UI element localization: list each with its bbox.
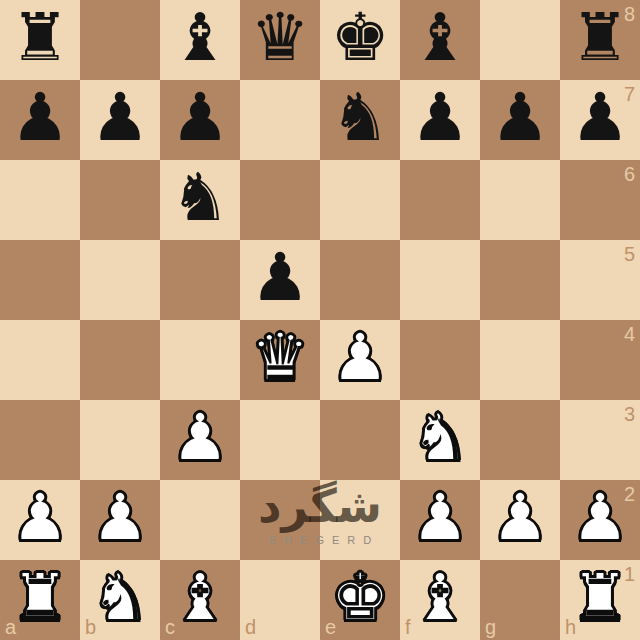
square-f3[interactable]: ♞ [400, 400, 480, 480]
square-h6[interactable]: 6 [560, 160, 640, 240]
square-d6[interactable] [240, 160, 320, 240]
square-c4[interactable] [160, 320, 240, 400]
black-knight[interactable]: ♞ [170, 158, 229, 238]
square-h4[interactable]: 4 [560, 320, 640, 400]
chess-board-area: ♜♝♛♚♝♜8♟♟♟♞♟♟♟7♞6♟5♛♟4♟♞3♟♟♟♟♟2♜a♞b♝cd♚e… [0, 0, 640, 640]
square-d1[interactable]: d [240, 560, 320, 640]
white-bishop[interactable]: ♝ [410, 558, 469, 638]
square-d7[interactable] [240, 80, 320, 160]
square-e1[interactable]: ♚e [320, 560, 400, 640]
square-e2[interactable] [320, 480, 400, 560]
square-h8[interactable]: ♜8 [560, 0, 640, 80]
coord-rank-5: 5 [624, 244, 635, 264]
black-rook[interactable]: ♜ [10, 0, 69, 78]
coord-rank-4: 4 [624, 324, 635, 344]
black-pawn[interactable]: ♟ [490, 78, 549, 158]
square-b5[interactable] [80, 240, 160, 320]
square-e6[interactable] [320, 160, 400, 240]
square-f1[interactable]: ♝f [400, 560, 480, 640]
square-c5[interactable] [160, 240, 240, 320]
square-b8[interactable] [80, 0, 160, 80]
square-b4[interactable] [80, 320, 160, 400]
square-f6[interactable] [400, 160, 480, 240]
square-c2[interactable] [160, 480, 240, 560]
square-c3[interactable]: ♟ [160, 400, 240, 480]
coord-file-h: h [565, 617, 576, 637]
square-a7[interactable]: ♟ [0, 80, 80, 160]
square-c6[interactable]: ♞ [160, 160, 240, 240]
square-c8[interactable]: ♝ [160, 0, 240, 80]
square-b3[interactable] [80, 400, 160, 480]
square-c7[interactable]: ♟ [160, 80, 240, 160]
square-b7[interactable]: ♟ [80, 80, 160, 160]
coord-rank-3: 3 [624, 404, 635, 424]
white-knight[interactable]: ♞ [90, 558, 149, 638]
coord-file-f: f [405, 617, 411, 637]
square-h2[interactable]: ♟2 [560, 480, 640, 560]
white-rook[interactable]: ♜ [570, 558, 629, 638]
square-d5[interactable]: ♟ [240, 240, 320, 320]
square-h7[interactable]: ♟7 [560, 80, 640, 160]
square-a5[interactable] [0, 240, 80, 320]
coord-rank-7: 7 [624, 84, 635, 104]
black-pawn[interactable]: ♟ [90, 78, 149, 158]
black-rook[interactable]: ♜ [570, 0, 629, 78]
coord-file-a: a [5, 617, 16, 637]
black-pawn[interactable]: ♟ [10, 78, 69, 158]
white-pawn[interactable]: ♟ [90, 478, 149, 558]
square-b2[interactable]: ♟ [80, 480, 160, 560]
square-c1[interactable]: ♝c [160, 560, 240, 640]
black-knight[interactable]: ♞ [330, 78, 389, 158]
white-queen[interactable]: ♛ [250, 318, 309, 398]
square-a6[interactable] [0, 160, 80, 240]
black-pawn[interactable]: ♟ [410, 78, 469, 158]
coord-rank-6: 6 [624, 164, 635, 184]
square-a1[interactable]: ♜a [0, 560, 80, 640]
square-d2[interactable] [240, 480, 320, 560]
square-e7[interactable]: ♞ [320, 80, 400, 160]
square-f8[interactable]: ♝ [400, 0, 480, 80]
square-g2[interactable]: ♟ [480, 480, 560, 560]
square-e8[interactable]: ♚ [320, 0, 400, 80]
coord-file-c: c [165, 617, 175, 637]
black-bishop[interactable]: ♝ [170, 0, 229, 78]
black-king[interactable]: ♚ [330, 0, 389, 78]
coord-file-e: e [325, 617, 336, 637]
coord-rank-1: 1 [624, 564, 635, 584]
square-e3[interactable] [320, 400, 400, 480]
coord-file-b: b [85, 617, 96, 637]
square-g1[interactable]: g [480, 560, 560, 640]
white-pawn[interactable]: ♟ [330, 318, 389, 398]
square-f2[interactable]: ♟ [400, 480, 480, 560]
square-e4[interactable]: ♟ [320, 320, 400, 400]
black-pawn[interactable]: ♟ [570, 78, 629, 158]
square-a4[interactable] [0, 320, 80, 400]
square-a2[interactable]: ♟ [0, 480, 80, 560]
square-d3[interactable] [240, 400, 320, 480]
coord-file-d: d [245, 617, 256, 637]
black-pawn[interactable]: ♟ [250, 238, 309, 318]
square-g3[interactable] [480, 400, 560, 480]
square-b1[interactable]: ♞b [80, 560, 160, 640]
square-f7[interactable]: ♟ [400, 80, 480, 160]
square-h3[interactable]: 3 [560, 400, 640, 480]
square-d4[interactable]: ♛ [240, 320, 320, 400]
white-bishop[interactable]: ♝ [170, 558, 229, 638]
chess-board: ♜♝♛♚♝♜8♟♟♟♞♟♟♟7♞6♟5♛♟4♟♞3♟♟♟♟♟2♜a♞b♝cd♚e… [0, 0, 640, 640]
square-d8[interactable]: ♛ [240, 0, 320, 80]
white-pawn[interactable]: ♟ [170, 398, 229, 478]
white-pawn[interactable]: ♟ [490, 478, 549, 558]
square-b6[interactable] [80, 160, 160, 240]
square-a8[interactable]: ♜ [0, 0, 80, 80]
square-h1[interactable]: ♜1h [560, 560, 640, 640]
square-h5[interactable]: 5 [560, 240, 640, 320]
white-king[interactable]: ♚ [330, 558, 389, 638]
white-pawn[interactable]: ♟ [570, 478, 629, 558]
square-g5[interactable] [480, 240, 560, 320]
coord-file-g: g [485, 617, 496, 637]
square-f5[interactable] [400, 240, 480, 320]
square-g4[interactable] [480, 320, 560, 400]
square-g6[interactable] [480, 160, 560, 240]
coord-rank-8: 8 [624, 4, 635, 24]
white-pawn[interactable]: ♟ [410, 478, 469, 558]
square-a3[interactable] [0, 400, 80, 480]
black-bishop[interactable]: ♝ [410, 0, 469, 78]
black-queen[interactable]: ♛ [250, 0, 309, 78]
coord-rank-2: 2 [624, 484, 635, 504]
square-f4[interactable] [400, 320, 480, 400]
square-e5[interactable] [320, 240, 400, 320]
square-g8[interactable] [480, 0, 560, 80]
white-rook[interactable]: ♜ [10, 558, 69, 638]
white-knight[interactable]: ♞ [410, 398, 469, 478]
black-pawn[interactable]: ♟ [170, 78, 229, 158]
white-pawn[interactable]: ♟ [10, 478, 69, 558]
square-g7[interactable]: ♟ [480, 80, 560, 160]
